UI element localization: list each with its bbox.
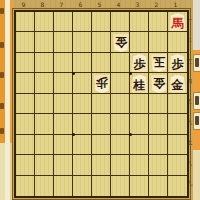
- piece-kanji: 歩: [96, 77, 108, 89]
- right-piece-stand[interactable]: [193, 0, 200, 200]
- board-square[interactable]: [111, 135, 130, 155]
- board-square[interactable]: [92, 12, 111, 32]
- board-square[interactable]: [35, 94, 54, 114]
- board-square[interactable]: [149, 135, 168, 155]
- shogi-board[interactable]: 馬金歩玉歩歩桂金金: [14, 10, 189, 198]
- board-square[interactable]: [130, 155, 149, 175]
- board-square[interactable]: [16, 94, 35, 114]
- piece-kanji: 桂: [134, 79, 146, 91]
- board-square[interactable]: [130, 114, 149, 134]
- clipped-hand-piece-label: [0, 128, 4, 134]
- board-square[interactable]: [149, 12, 168, 32]
- shogi-piece-1三[interactable]: 歩: [170, 54, 186, 72]
- piece-kanji: 玉: [153, 56, 165, 68]
- board-square[interactable]: [54, 135, 73, 155]
- board-square[interactable]: [16, 114, 35, 134]
- board-square[interactable]: [92, 135, 111, 155]
- star-point: [129, 133, 132, 136]
- shogi-piece-1四[interactable]: 金: [170, 75, 186, 93]
- board-square[interactable]: [54, 32, 73, 52]
- board-square[interactable]: [73, 53, 92, 73]
- board-square[interactable]: [130, 12, 149, 32]
- clipped-piece-tile[interactable]: [193, 112, 200, 130]
- board-square[interactable]: [54, 12, 73, 32]
- star-point: [72, 72, 75, 75]
- board-square[interactable]: [73, 12, 92, 32]
- board-square[interactable]: [54, 73, 73, 93]
- piece-kanji: 金: [153, 77, 165, 89]
- file-label: 2: [147, 1, 166, 9]
- clipped-piece-tile[interactable]: [193, 92, 200, 110]
- board-square[interactable]: [73, 73, 92, 93]
- board-square[interactable]: [35, 176, 54, 196]
- board-square[interactable]: [35, 32, 54, 52]
- piece-kanji: 歩: [134, 58, 146, 70]
- board-square[interactable]: [168, 94, 187, 114]
- board-square[interactable]: [92, 94, 111, 114]
- shogi-piece-5四[interactable]: 歩: [94, 75, 110, 93]
- board-square[interactable]: [168, 155, 187, 175]
- board-square[interactable]: [168, 114, 187, 134]
- board-square[interactable]: [54, 114, 73, 134]
- board-square[interactable]: [16, 135, 35, 155]
- board-square[interactable]: [54, 155, 73, 175]
- board-square[interactable]: [54, 53, 73, 73]
- board-square[interactable]: [16, 73, 35, 93]
- board-square[interactable]: [16, 53, 35, 73]
- board-square[interactable]: [149, 114, 168, 134]
- board-square[interactable]: [73, 176, 92, 196]
- board-square[interactable]: [73, 32, 92, 52]
- file-label: 4: [109, 1, 128, 9]
- shogi-piece-3四[interactable]: 桂: [132, 75, 148, 93]
- board-square[interactable]: [168, 135, 187, 155]
- board-square[interactable]: [35, 155, 54, 175]
- clipped-hand-piece-label: [0, 8, 4, 14]
- clipped-piece-glyph: [195, 96, 199, 105]
- board-square[interactable]: [130, 176, 149, 196]
- clipped-hand-piece-label: [0, 72, 4, 78]
- board-square[interactable]: [149, 94, 168, 114]
- board-square[interactable]: [111, 114, 130, 134]
- board-square[interactable]: [111, 73, 130, 93]
- board-square[interactable]: [35, 12, 54, 32]
- board-square[interactable]: [111, 12, 130, 32]
- file-label: 6: [71, 1, 90, 9]
- board-square[interactable]: [16, 12, 35, 32]
- shogi-piece-2三[interactable]: 玉: [151, 54, 167, 72]
- shogi-piece-1一[interactable]: 馬: [170, 13, 186, 31]
- star-point: [72, 133, 75, 136]
- board-square[interactable]: [54, 176, 73, 196]
- left-piece-stand[interactable]: [0, 0, 13, 200]
- file-label: 5: [90, 1, 109, 9]
- clipped-piece-glyph: [195, 58, 199, 67]
- shogi-app-screen: 987654321 一二三四五六七八九 馬金歩玉歩歩桂金金: [0, 0, 200, 200]
- board-square[interactable]: [92, 32, 111, 52]
- piece-kanji: 金: [172, 79, 184, 91]
- board-square[interactable]: [73, 94, 92, 114]
- clipped-hand-piece-label: [0, 42, 4, 48]
- piece-kanji: 馬: [172, 17, 184, 29]
- board-square[interactable]: [111, 53, 130, 73]
- board-square[interactable]: [35, 53, 54, 73]
- left-stand-lower-panel: [0, 143, 13, 200]
- board-square[interactable]: [73, 135, 92, 155]
- board-square[interactable]: [92, 53, 111, 73]
- board-square[interactable]: [168, 176, 187, 196]
- board-square[interactable]: [130, 32, 149, 52]
- shogi-piece-4二[interactable]: 金: [113, 34, 129, 52]
- shogi-piece-2四[interactable]: 金: [151, 75, 167, 93]
- board-square[interactable]: [35, 135, 54, 155]
- piece-kanji: 金: [115, 36, 127, 48]
- file-label: 7: [52, 1, 71, 9]
- board-square[interactable]: [111, 155, 130, 175]
- board-square[interactable]: [73, 114, 92, 134]
- clipped-hand-piece-label: [0, 103, 4, 109]
- board-square[interactable]: [35, 114, 54, 134]
- board-square[interactable]: [16, 155, 35, 175]
- star-point: [129, 72, 132, 75]
- board-square[interactable]: [111, 176, 130, 196]
- board-square[interactable]: [149, 32, 168, 52]
- board-square[interactable]: [168, 32, 187, 52]
- clipped-piece-glyph: [195, 116, 199, 125]
- file-label: 1: [166, 1, 185, 9]
- file-label: 8: [33, 1, 52, 9]
- board-square[interactable]: [92, 114, 111, 134]
- board-square[interactable]: [35, 73, 54, 93]
- board-square[interactable]: [149, 176, 168, 196]
- board-square[interactable]: [54, 94, 73, 114]
- board-square[interactable]: [111, 94, 130, 114]
- board-square[interactable]: [130, 94, 149, 114]
- file-label: 3: [128, 1, 147, 9]
- board-square[interactable]: [16, 32, 35, 52]
- board-square[interactable]: [92, 176, 111, 196]
- shogi-piece-3三[interactable]: 歩: [132, 54, 148, 72]
- file-label: 9: [14, 1, 33, 9]
- right-stand-lower-panel: [193, 150, 200, 200]
- piece-kanji: 歩: [172, 58, 184, 70]
- board-square[interactable]: [16, 176, 35, 196]
- board-square[interactable]: [149, 155, 168, 175]
- board-square[interactable]: [73, 155, 92, 175]
- board-square[interactable]: [92, 155, 111, 175]
- clipped-piece-tile[interactable]: [193, 54, 200, 72]
- board-square[interactable]: [130, 135, 149, 155]
- right-stand-top-panel: [193, 0, 200, 50]
